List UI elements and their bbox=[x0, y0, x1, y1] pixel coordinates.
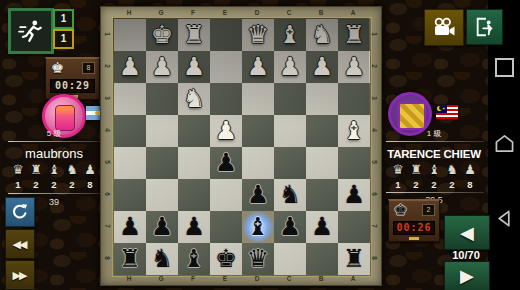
record-video-button[interactable] bbox=[424, 9, 464, 46]
runner-icon bbox=[18, 18, 44, 44]
rotate-board-button[interactable] bbox=[5, 197, 35, 227]
square-b3[interactable] bbox=[306, 83, 338, 115]
square-e8[interactable]: ♚ bbox=[210, 243, 242, 275]
rank-label-8: 8 bbox=[358, 254, 390, 262]
piece-bP[interactable]: ♟ bbox=[242, 179, 274, 211]
score-badge-green: 1 bbox=[53, 9, 74, 29]
rank-label-8: 8 bbox=[91, 254, 123, 262]
rank-label-5: 5 bbox=[91, 158, 123, 166]
square-e3[interactable] bbox=[210, 83, 242, 115]
piece-bP[interactable]: ♟ bbox=[146, 211, 178, 243]
chess-board: ♚♜♛♝♞♜♟♟♟♟♟♟♟♞♟♝♟♟♞♟♟♟♟♝♟♟♜♞♝♚♛♜ HHGGFFE… bbox=[100, 6, 382, 286]
square-b8[interactable] bbox=[306, 243, 338, 275]
square-b5[interactable] bbox=[306, 147, 338, 179]
piece-bK[interactable]: ♚ bbox=[210, 243, 242, 275]
divider bbox=[8, 193, 102, 194]
file-label-c: C bbox=[273, 275, 305, 282]
file-label-g: G bbox=[145, 275, 177, 282]
black-rank: 1 級 bbox=[380, 128, 488, 139]
square-c4[interactable] bbox=[274, 115, 306, 147]
resign-run-button[interactable] bbox=[8, 8, 54, 54]
next-move-button[interactable]: ▶ bbox=[444, 261, 490, 290]
square-g3[interactable] bbox=[146, 83, 178, 115]
square-d4[interactable] bbox=[242, 115, 274, 147]
rank-label-6: 6 bbox=[358, 190, 390, 198]
piece-bP[interactable]: ♟ bbox=[306, 211, 338, 243]
white-bishop-count: 2 bbox=[46, 179, 62, 190]
bishop-count-icon: ♝ bbox=[46, 163, 62, 177]
knight-count-icon: ♞ bbox=[64, 163, 80, 177]
white-pawn-count: 8 bbox=[82, 179, 98, 190]
square-g1[interactable]: ♚ bbox=[146, 19, 178, 51]
rewind-icon: ◀◀ bbox=[13, 238, 28, 251]
file-label-d: D bbox=[241, 9, 273, 16]
file-label-f: F bbox=[177, 9, 209, 16]
square-g5[interactable] bbox=[146, 147, 178, 179]
square-c8[interactable] bbox=[274, 243, 306, 275]
square-e6[interactable] bbox=[210, 179, 242, 211]
square-g7[interactable]: ♟ bbox=[146, 211, 178, 243]
piece-wK[interactable]: ♚ bbox=[146, 19, 178, 51]
rook-count-icon: ♜ bbox=[28, 163, 44, 177]
knight-count-icon: ♞ bbox=[444, 163, 460, 177]
square-f3[interactable]: ♞ bbox=[178, 83, 210, 115]
square-c3[interactable] bbox=[274, 83, 306, 115]
square-f5[interactable] bbox=[178, 147, 210, 179]
square-c2[interactable]: ♟ bbox=[274, 51, 306, 83]
piece-wP[interactable]: ♟ bbox=[306, 51, 338, 83]
exit-game-button[interactable] bbox=[466, 9, 503, 45]
piece-wQ[interactable]: ♛ bbox=[242, 19, 274, 51]
home-icon[interactable] bbox=[495, 134, 514, 153]
square-b1[interactable]: ♞ bbox=[306, 19, 338, 51]
square-f4[interactable] bbox=[178, 115, 210, 147]
square-f6[interactable] bbox=[178, 179, 210, 211]
square-e7[interactable] bbox=[210, 211, 242, 243]
file-label-b: B bbox=[305, 275, 337, 282]
file-label-h: H bbox=[113, 9, 145, 16]
square-g6[interactable] bbox=[146, 179, 178, 211]
square-b2[interactable]: ♟ bbox=[306, 51, 338, 83]
black-rook-count: 2 bbox=[408, 179, 424, 190]
black-knight-count: 2 bbox=[444, 179, 460, 190]
rank-label-2: 2 bbox=[358, 62, 390, 70]
file-label-h: H bbox=[113, 275, 145, 282]
rotate-icon bbox=[10, 202, 30, 222]
piece-bP[interactable]: ♟ bbox=[274, 211, 306, 243]
square-d5[interactable] bbox=[242, 147, 274, 179]
black-king-clock-icon: ♚ bbox=[394, 201, 407, 219]
white-king-clock-icon: ♚ bbox=[51, 59, 64, 77]
rank-label-6: 6 bbox=[91, 190, 123, 198]
next-move-icon: ▶ bbox=[460, 267, 474, 285]
piece-wB[interactable]: ♝ bbox=[274, 19, 306, 51]
queen-count-icon: ♛ bbox=[10, 163, 26, 177]
square-d8[interactable]: ♛ bbox=[242, 243, 274, 275]
square-e2[interactable] bbox=[210, 51, 242, 83]
bishop-count-icon: ♝ bbox=[426, 163, 442, 177]
file-label-d: D bbox=[241, 275, 273, 282]
piece-bP[interactable]: ♟ bbox=[178, 211, 210, 243]
black-queen-count: 1 bbox=[390, 179, 406, 190]
black-clock-badge: 2 bbox=[422, 204, 435, 216]
square-d6[interactable]: ♟ bbox=[242, 179, 274, 211]
piece-wP[interactable]: ♟ bbox=[146, 51, 178, 83]
square-g2[interactable]: ♟ bbox=[146, 51, 178, 83]
square-b7[interactable]: ♟ bbox=[306, 211, 338, 243]
back-icon[interactable] bbox=[495, 209, 514, 228]
fast-forward-icon: ▶▶ bbox=[13, 269, 28, 282]
rank-label-5: 5 bbox=[358, 158, 390, 166]
white-queen-count: 1 bbox=[10, 179, 26, 190]
square-c5[interactable] bbox=[274, 147, 306, 179]
piece-wP[interactable]: ♟ bbox=[178, 51, 210, 83]
square-f8[interactable]: ♝ bbox=[178, 243, 210, 275]
queen-count-icon: ♛ bbox=[390, 163, 406, 177]
rank-label-3: 3 bbox=[91, 94, 123, 102]
black-clock: ♚ 2 00:26 bbox=[388, 199, 440, 242]
rank-label-7: 7 bbox=[358, 222, 390, 230]
previous-move-icon: ◀ bbox=[460, 224, 474, 242]
black-pawn-count: 8 bbox=[462, 179, 478, 190]
black-clock-time: 00:26 bbox=[393, 221, 435, 235]
rank-label-4: 4 bbox=[358, 126, 390, 134]
piece-wP[interactable]: ♟ bbox=[242, 51, 274, 83]
black-avatar-art bbox=[398, 102, 426, 130]
divider bbox=[386, 141, 484, 142]
piece-bQ[interactable]: ♛ bbox=[242, 243, 274, 275]
rank-label-2: 2 bbox=[91, 62, 123, 70]
square-b4[interactable] bbox=[306, 115, 338, 147]
square-c7[interactable]: ♟ bbox=[274, 211, 306, 243]
square-e1[interactable] bbox=[210, 19, 242, 51]
file-label-c: C bbox=[273, 9, 305, 16]
square-e5[interactable]: ♟ bbox=[210, 147, 242, 179]
piece-wR[interactable]: ♜ bbox=[178, 19, 210, 51]
piece-wN[interactable]: ♞ bbox=[306, 19, 338, 51]
white-rook-count: 2 bbox=[28, 179, 44, 190]
square-d2[interactable]: ♟ bbox=[242, 51, 274, 83]
rook-count-icon: ♜ bbox=[408, 163, 424, 177]
rewind-button[interactable]: ◀◀ bbox=[5, 229, 35, 259]
malaysia-flag-icon: ✦ bbox=[436, 105, 458, 119]
divider bbox=[386, 192, 484, 193]
exit-door-icon bbox=[474, 16, 496, 38]
square-d7[interactable]: ♝ bbox=[242, 211, 274, 243]
square-d1[interactable]: ♛ bbox=[242, 19, 274, 51]
piece-wN[interactable]: ♞ bbox=[178, 83, 210, 115]
fast-forward-button[interactable]: ▶▶ bbox=[5, 260, 35, 290]
board-grid: ♚♜♛♝♞♜♟♟♟♟♟♟♟♞♟♝♟♟♞♟♟♟♟♝♟♟♜♞♝♚♛♜ bbox=[113, 18, 371, 276]
rank-label-1: 1 bbox=[91, 30, 123, 38]
square-g8[interactable]: ♞ bbox=[146, 243, 178, 275]
black-clock-dash bbox=[409, 237, 419, 240]
file-label-e: E bbox=[209, 275, 241, 282]
white-piece-counts: 1 2 2 2 8 bbox=[10, 179, 98, 190]
piece-bB[interactable]: ♝ bbox=[178, 243, 210, 275]
black-player-name: TARENCE CHIEW bbox=[378, 148, 490, 160]
square-f7[interactable]: ♟ bbox=[178, 211, 210, 243]
rank-label-7: 7 bbox=[91, 222, 123, 230]
square-c6[interactable]: ♞ bbox=[274, 179, 306, 211]
piece-bN[interactable]: ♞ bbox=[146, 243, 178, 275]
rank-label-4: 4 bbox=[91, 126, 123, 134]
video-camera-icon bbox=[432, 17, 456, 39]
recents-icon[interactable] bbox=[495, 58, 514, 77]
white-clock-time: 00:29 bbox=[50, 79, 95, 93]
file-label-a: A bbox=[337, 9, 369, 16]
black-piece-counts: 1 2 2 2 8 bbox=[390, 179, 478, 190]
pawn-count-icon: ♟ bbox=[462, 163, 478, 177]
move-counter: 10/70 bbox=[440, 249, 492, 261]
white-knight-count: 2 bbox=[64, 179, 80, 190]
piece-bB[interactable]: ♝ bbox=[242, 211, 274, 243]
flag-star: ✦ bbox=[442, 106, 445, 111]
app-screen: 1 1 ♚ 8 00:29 5 級 maubrons ♛ ♜ ♝ ♞ ♟ 1 2… bbox=[0, 0, 520, 290]
file-label-b: B bbox=[305, 9, 337, 16]
divider bbox=[8, 141, 102, 142]
square-b6[interactable] bbox=[306, 179, 338, 211]
piece-wP[interactable]: ♟ bbox=[210, 115, 242, 147]
file-label-e: E bbox=[209, 9, 241, 16]
black-bishop-count: 2 bbox=[426, 179, 442, 190]
rank-label-1: 1 bbox=[358, 30, 390, 38]
rank-label-3: 3 bbox=[358, 94, 390, 102]
square-f2[interactable]: ♟ bbox=[178, 51, 210, 83]
file-label-a: A bbox=[337, 275, 369, 282]
piece-bN[interactable]: ♞ bbox=[274, 179, 306, 211]
score-badge-gold: 1 bbox=[53, 29, 74, 49]
square-c1[interactable]: ♝ bbox=[274, 19, 306, 51]
square-f1[interactable]: ♜ bbox=[178, 19, 210, 51]
file-label-g: G bbox=[145, 9, 177, 16]
white-piece-count-icons: ♛ ♜ ♝ ♞ ♟ bbox=[10, 163, 98, 177]
piece-bP[interactable]: ♟ bbox=[210, 147, 242, 179]
black-piece-count-icons: ♛ ♜ ♝ ♞ ♟ bbox=[390, 163, 478, 177]
file-label-f: F bbox=[177, 275, 209, 282]
square-d3[interactable] bbox=[242, 83, 274, 115]
square-e4[interactable]: ♟ bbox=[210, 115, 242, 147]
square-g4[interactable] bbox=[146, 115, 178, 147]
piece-wP[interactable]: ♟ bbox=[274, 51, 306, 83]
previous-move-button[interactable]: ◀ bbox=[444, 215, 490, 250]
